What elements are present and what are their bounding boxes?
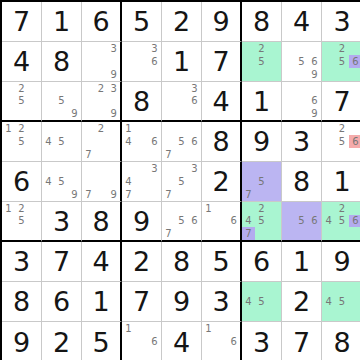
candidate-9 (268, 227, 281, 240)
cell-r7c6[interactable]: 5 (202, 242, 242, 282)
candidate-8 (295, 68, 308, 81)
candidate-5: 5 (335, 55, 348, 68)
cell-r5c8[interactable]: 8 (282, 162, 322, 202)
cell-r5c9[interactable]: 1 (322, 162, 360, 202)
cell-r3c9[interactable]: 7 (322, 82, 360, 122)
candidate-9: 9 (308, 107, 321, 120)
candidate-2 (135, 42, 148, 55)
candidate-8 (255, 227, 268, 240)
candidate-4: 4 (322, 215, 335, 228)
candidate-2 (295, 82, 308, 95)
candidate-grid: 39 (82, 42, 120, 81)
candidate-3: 3 (148, 42, 161, 55)
candidate-9 (227, 227, 240, 240)
candidate-grid: 357 (162, 162, 201, 201)
candidate-9 (148, 148, 161, 161)
candidate-3 (227, 202, 240, 215)
candidate-1 (2, 82, 15, 95)
candidate-5: 5 (55, 175, 68, 188)
candidate-1 (82, 162, 95, 175)
cell-r9c1[interactable]: 9 (2, 322, 42, 360)
cell-value: 8 (242, 2, 281, 41)
candidate-8 (175, 188, 188, 201)
candidate-3 (268, 282, 281, 295)
candidate-1 (322, 122, 335, 135)
candidate-8 (255, 308, 268, 321)
candidate-6 (268, 55, 281, 68)
candidate-1 (242, 162, 255, 175)
candidate-8 (295, 227, 308, 240)
candidate-grid: 69 (282, 82, 321, 120)
cell-r8c7[interactable]: 45 (242, 282, 282, 322)
candidate-grid: 567 (162, 202, 201, 240)
cell-r6c8[interactable]: 56 (282, 202, 322, 242)
cell-value: 7 (2, 2, 41, 41)
candidate-9 (349, 308, 360, 321)
cell-r3c5[interactable]: 36 (162, 82, 202, 122)
cell-r5c6[interactable]: 2 (202, 162, 242, 202)
candidate-9 (28, 107, 41, 120)
cell-value: 3 (242, 322, 281, 360)
cell-r2c1[interactable]: 4 (2, 42, 42, 82)
cell-r1c5[interactable]: 2 (162, 2, 202, 42)
candidate-8 (175, 227, 188, 240)
candidate-4 (2, 215, 15, 228)
candidate-9 (188, 188, 201, 201)
cell-r8c5[interactable]: 9 (162, 282, 202, 322)
cell-value: 7 (322, 82, 360, 120)
candidate-1 (122, 42, 135, 55)
candidate-9 (148, 68, 161, 81)
candidate-4 (162, 95, 175, 108)
candidate-5 (215, 335, 228, 348)
candidate-5: 5 (175, 175, 188, 188)
cell-r6c5[interactable]: 567 (162, 202, 202, 242)
candidate-5: 5 (335, 135, 348, 148)
cell-r4c6[interactable]: 8 (202, 122, 242, 162)
candidate-5 (95, 135, 108, 148)
cell-r2c3[interactable]: 39 (82, 42, 122, 82)
candidate-3 (349, 202, 360, 215)
candidate-8 (335, 308, 348, 321)
candidate-2 (175, 202, 188, 215)
candidate-grid: 146 (122, 122, 161, 161)
candidate-5: 5 (15, 95, 28, 108)
cell-r2c5[interactable]: 1 (162, 42, 202, 82)
cell-value: 8 (282, 162, 321, 201)
cell-r1c1[interactable]: 7 (2, 2, 42, 42)
candidate-5: 5 (255, 175, 268, 188)
candidate-6 (268, 215, 281, 228)
cell-value: 1 (242, 82, 281, 120)
cell-r7c7[interactable]: 6 (242, 242, 282, 282)
cell-r5c4[interactable]: 347 (122, 162, 162, 202)
cell-r1c6[interactable]: 9 (202, 2, 242, 42)
cell-r6c3[interactable]: 8 (82, 202, 122, 242)
cell-r7c8[interactable]: 1 (282, 242, 322, 282)
candidate-9 (188, 227, 201, 240)
candidate-9 (148, 188, 161, 201)
candidate-1: 1 (122, 322, 135, 335)
cell-r6c6[interactable]: 16 (202, 202, 242, 242)
cell-r3c6[interactable]: 4 (202, 82, 242, 122)
candidate-3 (148, 122, 161, 135)
cell-r5c3[interactable]: 79 (82, 162, 122, 202)
candidate-3 (308, 202, 321, 215)
cell-r8c3[interactable]: 1 (82, 282, 122, 322)
candidate-5: 5 (55, 135, 68, 148)
cell-r9c9[interactable]: 8 (322, 322, 360, 360)
candidate-grid: 125 (2, 202, 41, 240)
candidate-grid: 57 (242, 162, 281, 201)
candidate-4 (282, 55, 295, 68)
candidate-6: 6 (227, 215, 240, 228)
candidate-6 (107, 175, 120, 188)
cell-r4c4[interactable]: 146 (122, 122, 162, 162)
candidate-5 (295, 95, 308, 108)
cell-r3c7[interactable]: 1 (242, 82, 282, 122)
cell-value: 5 (82, 322, 120, 360)
cell-r7c9[interactable]: 9 (322, 242, 360, 282)
candidate-1 (162, 82, 175, 95)
cell-r6c7[interactable]: 2457 (242, 202, 282, 242)
cell-value: 4 (82, 242, 120, 281)
candidate-7: 7 (162, 188, 175, 201)
candidate-2: 2 (335, 42, 348, 55)
candidate-1: 1 (202, 322, 215, 335)
cell-r1c3[interactable]: 6 (82, 2, 122, 42)
candidate-9: 9 (107, 188, 120, 201)
candidate-8 (15, 107, 28, 120)
candidate-5: 5 (55, 95, 68, 108)
candidate-7 (282, 68, 295, 81)
candidate-8 (135, 148, 148, 161)
candidate-5: 5 (335, 215, 348, 228)
candidate-5: 5 (295, 55, 308, 68)
candidate-3 (349, 122, 360, 135)
cell-value: 8 (162, 242, 201, 281)
candidate-5: 5 (255, 55, 268, 68)
candidate-6: 6 (308, 215, 321, 228)
candidate-1 (42, 122, 55, 135)
candidate-4 (42, 95, 55, 108)
cell-r3c1[interactable]: 25 (2, 82, 42, 122)
candidate-6 (268, 175, 281, 188)
cell-r9c8[interactable]: 7 (282, 322, 322, 360)
candidate-3: 3 (188, 162, 201, 175)
candidate-9 (68, 148, 81, 161)
cell-value: 7 (122, 282, 161, 321)
cell-r5c5[interactable]: 357 (162, 162, 202, 202)
candidate-2 (255, 162, 268, 175)
candidate-9 (148, 349, 161, 360)
cell-value: 7 (42, 242, 81, 281)
candidate-4: 4 (242, 295, 255, 308)
candidate-6: 6 (188, 95, 201, 108)
cell-value: 5 (122, 2, 161, 41)
candidate-7: 7 (162, 227, 175, 240)
candidate-6 (28, 95, 41, 108)
candidate-5: 5 (15, 215, 28, 228)
cell-r2c9[interactable]: 256 (322, 42, 360, 82)
cell-r4c3[interactable]: 27 (82, 122, 122, 162)
cell-r7c3[interactable]: 4 (82, 242, 122, 282)
cell-r9c4[interactable]: 16 (122, 322, 162, 360)
candidate-3 (349, 42, 360, 55)
candidate-5 (135, 175, 148, 188)
cell-value: 3 (202, 282, 240, 321)
cell-r9c5[interactable]: 4 (162, 322, 202, 360)
cell-r6c1[interactable]: 125 (2, 202, 42, 242)
candidate-8 (95, 107, 108, 120)
candidate-5 (95, 175, 108, 188)
candidate-4 (122, 335, 135, 348)
candidate-1 (162, 202, 175, 215)
candidate-5: 5 (335, 295, 348, 308)
candidate-4: 4 (122, 175, 135, 188)
candidate-1: 1 (122, 122, 135, 135)
candidate-9 (308, 227, 321, 240)
candidate-5: 5 (255, 215, 268, 228)
candidate-grid: 459 (42, 162, 81, 201)
cell-r8c9[interactable]: 45 (322, 282, 360, 322)
candidate-7 (42, 107, 55, 120)
candidate-7 (122, 148, 135, 161)
cell-r3c8[interactable]: 69 (282, 82, 322, 122)
cell-value: 6 (242, 242, 281, 281)
cell-value: 8 (82, 202, 120, 240)
cell-value: 9 (162, 282, 201, 321)
candidate-8 (215, 227, 228, 240)
cell-r4c2[interactable]: 45 (42, 122, 82, 162)
candidate-4 (322, 135, 335, 148)
cell-r2c7[interactable]: 25 (242, 42, 282, 82)
cell-r1c8[interactable]: 4 (282, 2, 322, 42)
cell-value: 8 (322, 322, 360, 360)
candidate-8 (135, 349, 148, 360)
candidate-3: 3 (148, 162, 161, 175)
candidate-5: 5 (175, 215, 188, 228)
candidate-6 (268, 295, 281, 308)
cell-r5c1[interactable]: 6 (2, 162, 42, 202)
candidate-8 (15, 227, 28, 240)
candidate-6: 6 (349, 215, 360, 228)
candidate-2 (175, 122, 188, 135)
candidate-6 (28, 215, 41, 228)
cell-value: 2 (162, 2, 201, 41)
cell-r7c5[interactable]: 8 (162, 242, 202, 282)
candidate-3 (268, 42, 281, 55)
candidate-3: 3 (188, 82, 201, 95)
cell-r9c2[interactable]: 2 (42, 322, 82, 360)
cell-r3c4[interactable]: 8 (122, 82, 162, 122)
candidate-grid: 27 (82, 122, 120, 161)
cell-r5c2[interactable]: 459 (42, 162, 82, 202)
candidate-3 (28, 202, 41, 215)
cell-value: 1 (282, 242, 321, 281)
candidate-6 (107, 55, 120, 68)
candidate-6: 6 (188, 135, 201, 148)
cell-r2c8[interactable]: 569 (282, 42, 322, 82)
candidate-7 (322, 148, 335, 161)
candidate-2 (335, 282, 348, 295)
candidate-7 (322, 68, 335, 81)
candidate-2 (175, 82, 188, 95)
cell-r2c2[interactable]: 8 (42, 42, 82, 82)
candidate-1 (282, 202, 295, 215)
candidate-grid: 25 (2, 82, 41, 120)
cell-r1c7[interactable]: 8 (242, 2, 282, 42)
cell-value: 9 (2, 322, 41, 360)
cell-r1c4[interactable]: 5 (122, 2, 162, 42)
cell-value: 7 (282, 322, 321, 360)
candidate-grid: 56 (282, 202, 321, 240)
candidate-4 (202, 215, 215, 228)
cell-value: 6 (42, 282, 81, 321)
candidate-9: 9 (107, 68, 120, 81)
candidate-3 (148, 322, 161, 335)
candidate-9 (268, 188, 281, 201)
cell-r7c4[interactable]: 2 (122, 242, 162, 282)
cell-r9c6[interactable]: 16 (202, 322, 242, 360)
candidate-2 (135, 322, 148, 335)
candidate-9: 9 (107, 107, 120, 120)
cell-r6c2[interactable]: 3 (42, 202, 82, 242)
cell-r2c6[interactable]: 7 (202, 42, 242, 82)
cell-r3c3[interactable]: 239 (82, 82, 122, 122)
candidate-6: 6 (148, 55, 161, 68)
cell-value: 2 (122, 242, 161, 281)
cell-r1c2[interactable]: 1 (42, 2, 82, 42)
candidate-7 (82, 107, 95, 120)
cell-value: 2 (202, 162, 240, 201)
candidate-6: 6 (148, 135, 161, 148)
candidate-3 (188, 122, 201, 135)
cell-value: 7 (202, 42, 240, 81)
candidate-grid: 59 (42, 82, 81, 120)
candidate-3 (68, 82, 81, 95)
cell-r4c8[interactable]: 3 (282, 122, 322, 162)
candidate-4 (202, 335, 215, 348)
cell-r9c3[interactable]: 5 (82, 322, 122, 360)
candidate-8 (255, 188, 268, 201)
candidate-4 (82, 175, 95, 188)
candidate-1 (42, 162, 55, 175)
cell-r5c7[interactable]: 57 (242, 162, 282, 202)
candidate-4: 4 (122, 135, 135, 148)
candidate-7 (42, 148, 55, 161)
candidate-6: 6 (227, 335, 240, 348)
cell-value: 1 (82, 282, 120, 321)
candidate-1 (242, 202, 255, 215)
cell-r4c9[interactable]: 256 (322, 122, 360, 162)
candidate-6 (68, 95, 81, 108)
candidate-2: 2 (95, 82, 108, 95)
candidate-9 (349, 68, 360, 81)
candidate-8 (255, 68, 268, 81)
cell-value: 8 (122, 82, 161, 120)
candidate-2 (55, 82, 68, 95)
candidate-1: 1 (202, 202, 215, 215)
candidate-1 (242, 282, 255, 295)
candidate-5 (175, 95, 188, 108)
candidate-9 (268, 308, 281, 321)
candidate-9 (349, 227, 360, 240)
candidate-8 (15, 148, 28, 161)
cell-value: 8 (42, 42, 81, 81)
cell-r2c4[interactable]: 36 (122, 42, 162, 82)
candidate-4 (82, 55, 95, 68)
candidate-8 (175, 107, 188, 120)
candidate-grid: 2457 (242, 202, 281, 240)
candidate-9: 9 (68, 107, 81, 120)
cell-r7c1[interactable]: 3 (2, 242, 42, 282)
candidate-2: 2 (95, 122, 108, 135)
candidate-3 (308, 82, 321, 95)
cell-value: 3 (282, 122, 321, 161)
cell-value: 2 (42, 322, 81, 360)
cell-r8c8[interactable]: 2 (282, 282, 322, 322)
cell-value: 3 (42, 202, 81, 240)
candidate-6: 6 (349, 55, 360, 68)
cell-r7c2[interactable]: 7 (42, 242, 82, 282)
cell-value: 4 (202, 82, 240, 120)
cell-r4c1[interactable]: 125 (2, 122, 42, 162)
candidate-4: 4 (42, 135, 55, 148)
cell-r4c5[interactable]: 567 (162, 122, 202, 162)
cell-r9c7[interactable]: 3 (242, 322, 282, 360)
cell-r8c6[interactable]: 3 (202, 282, 242, 322)
cell-r6c9[interactable]: 2456 (322, 202, 360, 242)
candidate-3 (28, 122, 41, 135)
candidate-8 (295, 107, 308, 120)
cell-value: 3 (322, 2, 360, 41)
candidate-5 (95, 95, 108, 108)
candidate-2 (135, 162, 148, 175)
cell-r1c9[interactable]: 3 (322, 2, 360, 42)
candidate-4 (162, 215, 175, 228)
candidate-grid: 16 (202, 322, 240, 360)
candidate-2 (255, 282, 268, 295)
candidate-1 (322, 42, 335, 55)
candidate-8 (95, 188, 108, 201)
cell-r6c4[interactable]: 9 (122, 202, 162, 242)
candidate-6 (148, 175, 161, 188)
candidate-grid: 567 (162, 122, 201, 161)
candidate-5 (135, 55, 148, 68)
candidate-7 (202, 227, 215, 240)
candidate-5: 5 (15, 135, 28, 148)
cell-r8c2[interactable]: 6 (42, 282, 82, 322)
candidate-grid: 36 (162, 82, 201, 120)
cell-value: 4 (162, 322, 201, 360)
candidate-1 (82, 122, 95, 135)
cell-r8c1[interactable]: 8 (2, 282, 42, 322)
cell-r4c7[interactable]: 9 (242, 122, 282, 162)
candidate-9 (188, 107, 201, 120)
cell-r3c2[interactable]: 59 (42, 82, 82, 122)
candidate-5 (95, 55, 108, 68)
candidate-5: 5 (175, 135, 188, 148)
candidate-9 (188, 148, 201, 161)
candidate-2 (55, 122, 68, 135)
candidate-7 (162, 107, 175, 120)
cell-r8c4[interactable]: 7 (122, 282, 162, 322)
candidate-9 (268, 68, 281, 81)
candidate-2 (215, 202, 228, 215)
cell-value: 9 (122, 202, 161, 240)
candidate-2 (295, 202, 308, 215)
